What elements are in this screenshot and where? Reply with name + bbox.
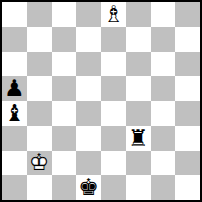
chess-board: ♝♗♟♝♜♚♔♚ bbox=[2, 2, 200, 200]
black-bishop-icon: ♝ bbox=[2, 101, 27, 126]
square-h8[interactable] bbox=[175, 2, 200, 27]
square-b2[interactable]: ♚♔ bbox=[27, 151, 52, 176]
square-c7[interactable] bbox=[52, 27, 77, 52]
square-g1[interactable] bbox=[151, 175, 176, 200]
square-b8[interactable] bbox=[27, 2, 52, 27]
square-a7[interactable] bbox=[2, 27, 27, 52]
square-d7[interactable] bbox=[76, 27, 101, 52]
black-pawn-icon: ♟ bbox=[2, 76, 27, 101]
square-f7[interactable] bbox=[126, 27, 151, 52]
square-e4[interactable] bbox=[101, 101, 126, 126]
square-b1[interactable] bbox=[27, 175, 52, 200]
square-d3[interactable] bbox=[76, 126, 101, 151]
square-g7[interactable] bbox=[151, 27, 176, 52]
white-king-icon: ♚♔ bbox=[27, 151, 52, 176]
square-g6[interactable] bbox=[151, 52, 176, 77]
square-d5[interactable] bbox=[76, 76, 101, 101]
square-b6[interactable] bbox=[27, 52, 52, 77]
square-f6[interactable] bbox=[126, 52, 151, 77]
square-c6[interactable] bbox=[52, 52, 77, 77]
square-g5[interactable] bbox=[151, 76, 176, 101]
square-e6[interactable] bbox=[101, 52, 126, 77]
square-c2[interactable] bbox=[52, 151, 77, 176]
square-c3[interactable] bbox=[52, 126, 77, 151]
square-h3[interactable] bbox=[175, 126, 200, 151]
square-e1[interactable] bbox=[101, 175, 126, 200]
square-a8[interactable] bbox=[2, 2, 27, 27]
square-f2[interactable] bbox=[126, 151, 151, 176]
square-g2[interactable] bbox=[151, 151, 176, 176]
square-a1[interactable] bbox=[2, 175, 27, 200]
square-h6[interactable] bbox=[175, 52, 200, 77]
chess-board-frame: ♝♗♟♝♜♚♔♚ bbox=[0, 0, 202, 202]
square-c1[interactable] bbox=[52, 175, 77, 200]
square-d4[interactable] bbox=[76, 101, 101, 126]
black-rook-icon: ♜ bbox=[126, 126, 151, 151]
square-h4[interactable] bbox=[175, 101, 200, 126]
square-h5[interactable] bbox=[175, 76, 200, 101]
square-h2[interactable] bbox=[175, 151, 200, 176]
square-c4[interactable] bbox=[52, 101, 77, 126]
square-a6[interactable] bbox=[2, 52, 27, 77]
white-bishop-icon: ♝♗ bbox=[101, 2, 126, 27]
square-f4[interactable] bbox=[126, 101, 151, 126]
square-g3[interactable] bbox=[151, 126, 176, 151]
square-g4[interactable] bbox=[151, 101, 176, 126]
square-e2[interactable] bbox=[101, 151, 126, 176]
square-e7[interactable] bbox=[101, 27, 126, 52]
square-a2[interactable] bbox=[2, 151, 27, 176]
square-a4[interactable]: ♝ bbox=[2, 101, 27, 126]
square-f8[interactable] bbox=[126, 2, 151, 27]
square-b7[interactable] bbox=[27, 27, 52, 52]
square-b5[interactable] bbox=[27, 76, 52, 101]
black-king-icon: ♚ bbox=[76, 175, 101, 200]
square-c5[interactable] bbox=[52, 76, 77, 101]
square-e3[interactable] bbox=[101, 126, 126, 151]
square-c8[interactable] bbox=[52, 2, 77, 27]
square-e5[interactable] bbox=[101, 76, 126, 101]
square-f3[interactable]: ♜ bbox=[126, 126, 151, 151]
square-a5[interactable]: ♟ bbox=[2, 76, 27, 101]
square-d2[interactable] bbox=[76, 151, 101, 176]
square-d8[interactable] bbox=[76, 2, 101, 27]
square-d6[interactable] bbox=[76, 52, 101, 77]
square-b3[interactable] bbox=[27, 126, 52, 151]
square-e8[interactable]: ♝♗ bbox=[101, 2, 126, 27]
square-d1[interactable]: ♚ bbox=[76, 175, 101, 200]
square-a3[interactable] bbox=[2, 126, 27, 151]
square-g8[interactable] bbox=[151, 2, 176, 27]
square-b4[interactable] bbox=[27, 101, 52, 126]
square-f1[interactable] bbox=[126, 175, 151, 200]
square-h1[interactable] bbox=[175, 175, 200, 200]
square-f5[interactable] bbox=[126, 76, 151, 101]
square-h7[interactable] bbox=[175, 27, 200, 52]
